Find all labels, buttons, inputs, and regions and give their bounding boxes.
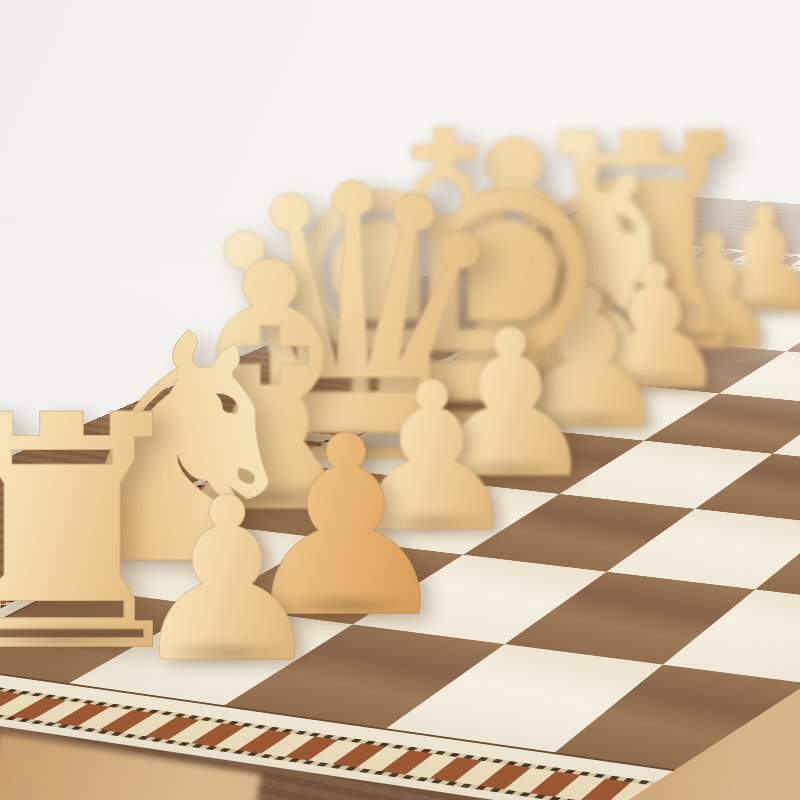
piece-shadow	[137, 639, 318, 666]
pieces-layer: ♟♟♜♞♟♝♟♚♛♟♝♟♞♟♜♟	[0, 0, 800, 800]
chess-set-photo-scene: ♟♟♜♞♟♝♟♚♛♟♝♟♞♟♜♟	[0, 0, 800, 800]
piece-white-pawn-a2: ♟	[114, 468, 340, 660]
